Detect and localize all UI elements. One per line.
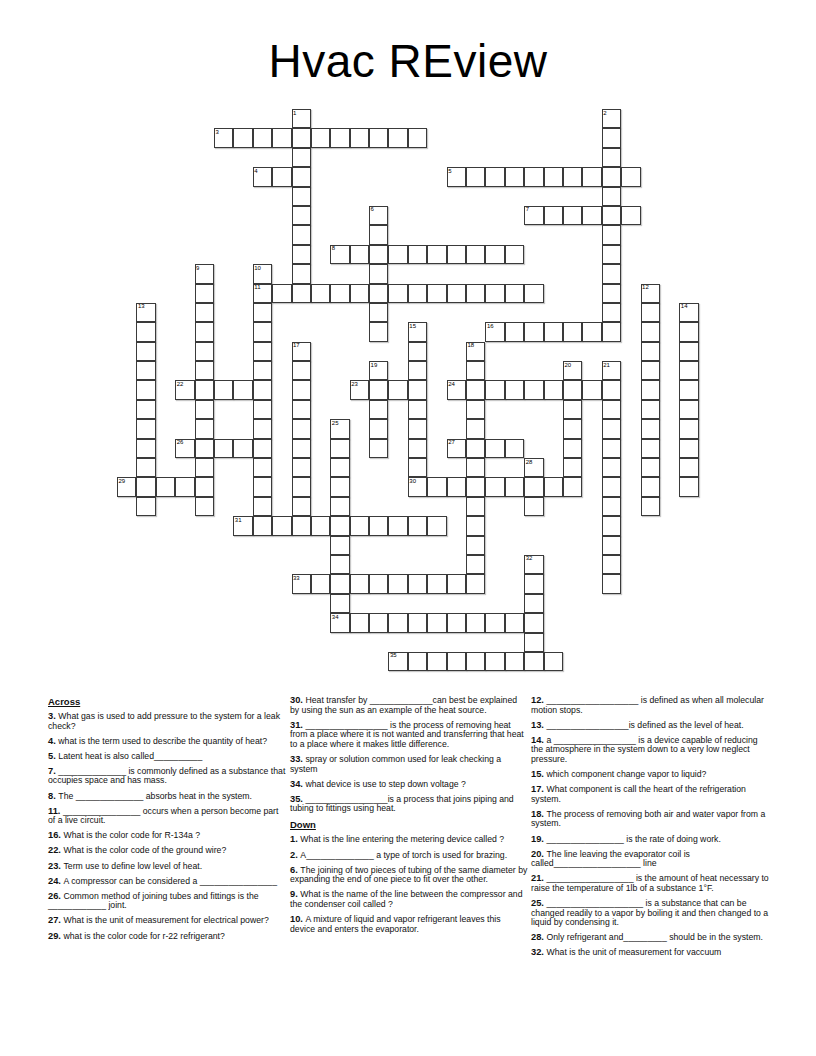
grid-cell[interactable] xyxy=(292,128,311,147)
grid-cell[interactable] xyxy=(233,128,252,147)
grid-cell[interactable] xyxy=(195,419,214,438)
grid-cell[interactable] xyxy=(602,477,621,496)
grid-cell[interactable] xyxy=(195,400,214,419)
grid-cell[interactable] xyxy=(602,574,621,593)
cell-number: 16 xyxy=(487,323,494,330)
grid-cell[interactable] xyxy=(253,458,272,477)
grid-cell[interactable] xyxy=(272,516,291,535)
grid-cell[interactable] xyxy=(195,439,214,458)
grid-cell[interactable]: 12 xyxy=(641,284,660,303)
grid-cell[interactable]: 22 xyxy=(175,380,194,399)
grid-cell[interactable] xyxy=(408,458,427,477)
grid-cell[interactable] xyxy=(485,439,504,458)
grid-cell[interactable] xyxy=(447,245,466,264)
grid-cell[interactable]: 26 xyxy=(175,439,194,458)
grid-cell[interactable] xyxy=(602,439,621,458)
grid-cell[interactable] xyxy=(447,652,466,671)
grid-cell[interactable]: 2 xyxy=(602,109,621,128)
grid-cell[interactable]: 16 xyxy=(485,322,504,341)
grid-cell[interactable] xyxy=(602,458,621,477)
grid-cell[interactable]: 28 xyxy=(524,458,543,477)
grid-cell[interactable] xyxy=(466,555,485,574)
grid-cell[interactable] xyxy=(679,342,698,361)
grid-cell[interactable] xyxy=(195,303,214,322)
grid-cell[interactable] xyxy=(408,419,427,438)
grid-cell[interactable] xyxy=(369,516,388,535)
grid-cell[interactable] xyxy=(602,536,621,555)
clue-number: 21. xyxy=(531,873,547,883)
grid-cell[interactable] xyxy=(466,400,485,419)
grid-cell[interactable] xyxy=(427,516,446,535)
grid-cell[interactable] xyxy=(563,380,582,399)
grid-cell[interactable] xyxy=(582,322,601,341)
grid-cell[interactable] xyxy=(505,613,524,632)
grid-cell[interactable] xyxy=(485,477,504,496)
grid-cell[interactable] xyxy=(466,516,485,535)
grid-cell[interactable] xyxy=(369,322,388,341)
grid-cell[interactable] xyxy=(408,380,427,399)
grid-cell[interactable]: 9 xyxy=(195,264,214,283)
cell-number: 30 xyxy=(409,478,416,485)
grid-cell[interactable] xyxy=(466,613,485,632)
grid-cell[interactable] xyxy=(447,613,466,632)
grid-cell[interactable] xyxy=(582,206,601,225)
grid-cell[interactable] xyxy=(195,342,214,361)
grid-cell[interactable] xyxy=(136,380,155,399)
grid-cell[interactable] xyxy=(505,439,524,458)
grid-cell[interactable] xyxy=(195,322,214,341)
grid-cell[interactable] xyxy=(563,206,582,225)
grid-cell[interactable] xyxy=(563,439,582,458)
grid-cell[interactable] xyxy=(602,187,621,206)
grid-cell[interactable] xyxy=(408,245,427,264)
grid-cell[interactable]: 10 xyxy=(253,264,272,283)
clue-number: 26. xyxy=(48,891,64,901)
grid-cell[interactable] xyxy=(485,167,504,186)
grid-cell[interactable] xyxy=(330,497,349,516)
grid-cell[interactable] xyxy=(524,284,543,303)
grid-cell[interactable] xyxy=(447,477,466,496)
grid-cell[interactable] xyxy=(136,400,155,419)
grid-cell[interactable] xyxy=(330,439,349,458)
grid-cell[interactable] xyxy=(524,322,543,341)
grid-cell[interactable] xyxy=(544,652,563,671)
grid-cell[interactable] xyxy=(679,380,698,399)
cell-number: 20 xyxy=(564,362,571,369)
grid-cell[interactable] xyxy=(602,400,621,419)
grid-cell[interactable]: 32 xyxy=(524,555,543,574)
grid-cell[interactable] xyxy=(350,613,369,632)
clue-number: 20. xyxy=(531,849,547,859)
clue-number: 18. xyxy=(531,809,547,819)
grid-cell[interactable] xyxy=(214,439,233,458)
grid-cell[interactable] xyxy=(369,574,388,593)
grid-cell[interactable] xyxy=(388,284,407,303)
grid-cell[interactable] xyxy=(253,342,272,361)
grid-cell[interactable] xyxy=(136,322,155,341)
clue-number: 2. xyxy=(290,850,300,860)
clue-number: 17. xyxy=(531,784,547,794)
grid-cell[interactable] xyxy=(505,167,524,186)
grid-cell[interactable] xyxy=(408,574,427,593)
grid-cell[interactable] xyxy=(408,516,427,535)
clue-column-right: 12. ___________________ is defined as wh… xyxy=(531,696,772,963)
grid-cell[interactable]: 7 xyxy=(524,206,543,225)
grid-cell[interactable] xyxy=(292,497,311,516)
grid-cell[interactable] xyxy=(350,284,369,303)
grid-cell[interactable] xyxy=(253,497,272,516)
grid-cell[interactable] xyxy=(679,477,698,496)
grid-cell[interactable]: 33 xyxy=(292,574,311,593)
grid-cell[interactable] xyxy=(214,380,233,399)
grid-cell[interactable]: 3 xyxy=(214,128,233,147)
grid-cell[interactable] xyxy=(136,477,155,496)
grid-cell[interactable] xyxy=(253,419,272,438)
grid-cell[interactable] xyxy=(292,361,311,380)
grid-cell[interactable] xyxy=(253,361,272,380)
grid-cell[interactable] xyxy=(292,516,311,535)
cell-number: 19 xyxy=(371,362,378,369)
grid-cell[interactable] xyxy=(427,245,446,264)
grid-cell[interactable] xyxy=(602,555,621,574)
grid-cell[interactable] xyxy=(136,342,155,361)
grid-cell[interactable] xyxy=(641,400,660,419)
grid-cell[interactable] xyxy=(253,477,272,496)
grid-cell[interactable] xyxy=(524,167,543,186)
grid-cell[interactable] xyxy=(175,477,194,496)
cell-number: 35 xyxy=(390,652,397,659)
grid-cell[interactable] xyxy=(544,167,563,186)
grid-cell[interactable] xyxy=(563,477,582,496)
grid-cell[interactable]: 13 xyxy=(136,303,155,322)
grid-cell[interactable] xyxy=(292,245,311,264)
grid-cell[interactable] xyxy=(679,400,698,419)
grid-cell[interactable]: 35 xyxy=(388,652,407,671)
grid-cell[interactable] xyxy=(505,245,524,264)
grid-cell[interactable] xyxy=(466,361,485,380)
grid-cell[interactable] xyxy=(641,497,660,516)
grid-cell[interactable] xyxy=(408,652,427,671)
grid-cell[interactable] xyxy=(641,303,660,322)
grid-cell[interactable] xyxy=(369,380,388,399)
grid-cell[interactable] xyxy=(292,225,311,244)
grid-cell[interactable] xyxy=(388,380,407,399)
grid-cell[interactable]: 29 xyxy=(117,477,136,496)
grid-cell[interactable] xyxy=(253,380,272,399)
grid-cell[interactable] xyxy=(524,477,543,496)
grid-cell[interactable] xyxy=(292,187,311,206)
grid-cell[interactable]: 25 xyxy=(330,419,349,438)
cell-number: 22 xyxy=(177,381,184,388)
grid-cell[interactable] xyxy=(563,322,582,341)
grid-cell[interactable] xyxy=(292,167,311,186)
grid-cell[interactable] xyxy=(602,419,621,438)
grid-cell[interactable] xyxy=(195,380,214,399)
grid-cell[interactable] xyxy=(136,419,155,438)
grid-cell[interactable] xyxy=(544,380,563,399)
grid-cell[interactable] xyxy=(369,284,388,303)
grid-cell[interactable] xyxy=(602,322,621,341)
grid-cell[interactable] xyxy=(330,284,349,303)
grid-cell[interactable] xyxy=(641,439,660,458)
grid-cell[interactable] xyxy=(602,303,621,322)
grid-cell[interactable] xyxy=(563,458,582,477)
clue-item: 23. Term use to define low level of heat… xyxy=(48,862,286,872)
grid-cell[interactable] xyxy=(466,652,485,671)
grid-cell[interactable]: 14 xyxy=(679,303,698,322)
clue-item: 19. ________________ is the rate of doin… xyxy=(531,835,772,845)
grid-cell[interactable] xyxy=(466,458,485,477)
grid-cell[interactable] xyxy=(427,477,446,496)
grid-cell[interactable] xyxy=(466,536,485,555)
grid-cell[interactable] xyxy=(641,419,660,438)
grid-cell[interactable]: 19 xyxy=(369,361,388,380)
clue-item: 14. a _________________ is a device capa… xyxy=(531,736,772,765)
grid-cell[interactable] xyxy=(621,206,640,225)
grid-cell[interactable] xyxy=(641,477,660,496)
grid-cell[interactable] xyxy=(505,477,524,496)
grid-cell[interactable] xyxy=(524,613,543,632)
grid-cell[interactable] xyxy=(330,477,349,496)
grid-cell[interactable] xyxy=(330,555,349,574)
grid-cell[interactable]: 4 xyxy=(253,167,272,186)
grid-cell[interactable] xyxy=(602,516,621,535)
grid-cell[interactable] xyxy=(272,284,291,303)
grid-cell[interactable] xyxy=(369,439,388,458)
down-header: Down xyxy=(290,819,528,830)
grid-cell[interactable] xyxy=(408,342,427,361)
grid-cell[interactable]: 1 xyxy=(292,109,311,128)
grid-cell[interactable] xyxy=(466,284,485,303)
grid-cell[interactable] xyxy=(233,439,252,458)
grid-cell[interactable] xyxy=(330,516,349,535)
grid-cell[interactable] xyxy=(330,594,349,613)
grid-cell[interactable] xyxy=(427,613,446,632)
grid-cell[interactable]: 24 xyxy=(447,380,466,399)
grid-cell[interactable] xyxy=(272,128,291,147)
grid-cell[interactable] xyxy=(641,322,660,341)
grid-cell[interactable] xyxy=(253,303,272,322)
clue-number: 31. xyxy=(290,720,306,730)
grid-cell[interactable] xyxy=(195,458,214,477)
grid-cell[interactable]: 30 xyxy=(408,477,427,496)
grid-cell[interactable] xyxy=(679,439,698,458)
grid-cell[interactable] xyxy=(524,497,543,516)
grid-cell[interactable] xyxy=(505,652,524,671)
grid-cell[interactable] xyxy=(466,245,485,264)
grid-cell[interactable] xyxy=(524,652,543,671)
grid-cell[interactable] xyxy=(292,264,311,283)
grid-cell[interactable]: 34 xyxy=(330,613,349,632)
grid-cell[interactable] xyxy=(136,439,155,458)
clue-number: 10. xyxy=(290,914,306,924)
grid-cell[interactable] xyxy=(136,497,155,516)
grid-cell[interactable] xyxy=(563,419,582,438)
clue-item: 35. _________________is a process that j… xyxy=(290,795,528,814)
grid-cell[interactable] xyxy=(544,477,563,496)
grid-cell[interactable] xyxy=(602,148,621,167)
grid-cell[interactable] xyxy=(253,322,272,341)
grid-cell[interactable] xyxy=(544,206,563,225)
grid-cell[interactable]: 18 xyxy=(466,342,485,361)
grid-cell[interactable] xyxy=(369,419,388,438)
grid-cell[interactable] xyxy=(272,167,291,186)
grid-cell[interactable] xyxy=(427,284,446,303)
grid-cell[interactable] xyxy=(311,516,330,535)
grid-cell[interactable]: 6 xyxy=(369,206,388,225)
grid-cell[interactable] xyxy=(388,128,407,147)
grid-cell[interactable] xyxy=(602,284,621,303)
grid-cell[interactable] xyxy=(427,652,446,671)
clue-item: 32. What is the unit of measurement for … xyxy=(531,948,772,958)
grid-cell[interactable] xyxy=(369,245,388,264)
grid-cell[interactable] xyxy=(388,516,407,535)
crossword-grid: 1234567891011121314151617181920212223242… xyxy=(117,109,699,671)
grid-cell[interactable] xyxy=(447,284,466,303)
grid-cell[interactable] xyxy=(641,342,660,361)
grid-cell[interactable] xyxy=(641,380,660,399)
grid-cell[interactable] xyxy=(679,322,698,341)
grid-cell[interactable] xyxy=(485,613,504,632)
grid-cell[interactable] xyxy=(466,167,485,186)
grid-cell[interactable] xyxy=(388,245,407,264)
grid-cell[interactable] xyxy=(582,167,601,186)
grid-cell[interactable] xyxy=(582,380,601,399)
grid-cell[interactable] xyxy=(524,380,543,399)
grid-cell[interactable] xyxy=(253,400,272,419)
grid-cell[interactable] xyxy=(292,419,311,438)
grid-cell[interactable] xyxy=(330,128,349,147)
grid-cell[interactable] xyxy=(466,574,485,593)
clue-number: 32. xyxy=(531,947,547,957)
grid-cell[interactable] xyxy=(311,574,330,593)
grid-cell[interactable] xyxy=(485,245,504,264)
grid-cell[interactable] xyxy=(330,536,349,555)
grid-cell[interactable] xyxy=(466,380,485,399)
grid-cell[interactable] xyxy=(388,613,407,632)
grid-cell[interactable] xyxy=(466,439,485,458)
grid-cell[interactable]: 8 xyxy=(330,245,349,264)
grid-cell[interactable]: 5 xyxy=(447,167,466,186)
grid-cell[interactable] xyxy=(292,380,311,399)
grid-cell[interactable] xyxy=(602,128,621,147)
grid-cell[interactable] xyxy=(292,439,311,458)
grid-cell[interactable] xyxy=(602,264,621,283)
grid-cell[interactable] xyxy=(602,380,621,399)
grid-cell[interactable] xyxy=(253,516,272,535)
grid-cell[interactable] xyxy=(544,322,563,341)
grid-cell[interactable] xyxy=(350,128,369,147)
grid-cell[interactable] xyxy=(679,458,698,477)
grid-cell[interactable] xyxy=(369,400,388,419)
grid-cell[interactable] xyxy=(292,284,311,303)
grid-cell[interactable] xyxy=(485,652,504,671)
grid-cell[interactable]: 20 xyxy=(563,361,582,380)
grid-cell[interactable] xyxy=(621,167,640,186)
grid-cell[interactable] xyxy=(292,206,311,225)
grid-cell[interactable] xyxy=(350,574,369,593)
grid-cell[interactable] xyxy=(408,361,427,380)
grid-cell[interactable] xyxy=(408,400,427,419)
grid-cell[interactable] xyxy=(369,264,388,283)
grid-cell[interactable]: 31 xyxy=(233,516,252,535)
grid-cell[interactable] xyxy=(136,458,155,477)
grid-cell[interactable] xyxy=(602,167,621,186)
grid-cell[interactable] xyxy=(369,613,388,632)
grid-cell[interactable] xyxy=(311,128,330,147)
grid-cell[interactable] xyxy=(466,477,485,496)
grid-cell[interactable] xyxy=(292,400,311,419)
grid-cell[interactable]: 23 xyxy=(350,380,369,399)
grid-cell[interactable] xyxy=(408,439,427,458)
cell-number: 5 xyxy=(448,168,451,175)
grid-cell[interactable] xyxy=(330,574,349,593)
grid-cell[interactable] xyxy=(505,284,524,303)
grid-cell[interactable] xyxy=(679,419,698,438)
grid-cell[interactable] xyxy=(369,225,388,244)
grid-cell[interactable] xyxy=(485,284,504,303)
grid-cell[interactable] xyxy=(233,380,252,399)
grid-cell[interactable] xyxy=(330,458,349,477)
grid-cell[interactable] xyxy=(253,439,272,458)
grid-cell[interactable] xyxy=(641,458,660,477)
grid-cell[interactable] xyxy=(524,574,543,593)
grid-cell[interactable] xyxy=(485,380,504,399)
grid-cell[interactable] xyxy=(350,245,369,264)
grid-cell[interactable] xyxy=(408,613,427,632)
grid-cell[interactable] xyxy=(195,361,214,380)
grid-cell[interactable] xyxy=(524,594,543,613)
grid-cell[interactable] xyxy=(195,284,214,303)
grid-cell[interactable] xyxy=(602,206,621,225)
grid-cell[interactable] xyxy=(388,574,407,593)
grid-cell[interactable] xyxy=(253,128,272,147)
grid-cell[interactable] xyxy=(524,633,543,652)
grid-cell[interactable] xyxy=(292,458,311,477)
grid-cell[interactable] xyxy=(292,148,311,167)
grid-cell[interactable] xyxy=(195,497,214,516)
grid-cell[interactable] xyxy=(427,574,446,593)
grid-cell[interactable] xyxy=(505,380,524,399)
grid-cell[interactable]: 17 xyxy=(292,342,311,361)
grid-cell[interactable] xyxy=(602,497,621,516)
grid-cell[interactable] xyxy=(311,284,330,303)
grid-cell[interactable] xyxy=(679,361,698,380)
grid-cell[interactable] xyxy=(602,225,621,244)
grid-cell[interactable] xyxy=(641,361,660,380)
grid-cell[interactable] xyxy=(292,477,311,496)
grid-cell[interactable] xyxy=(369,303,388,322)
grid-cell[interactable] xyxy=(350,516,369,535)
grid-cell[interactable] xyxy=(408,284,427,303)
grid-cell[interactable] xyxy=(505,322,524,341)
grid-cell[interactable] xyxy=(466,497,485,516)
grid-cell[interactable]: 21 xyxy=(602,361,621,380)
grid-cell[interactable] xyxy=(195,477,214,496)
grid-cell[interactable] xyxy=(563,400,582,419)
grid-cell[interactable]: 11 xyxy=(253,284,272,303)
grid-cell[interactable] xyxy=(447,574,466,593)
grid-cell[interactable] xyxy=(408,128,427,147)
grid-cell[interactable] xyxy=(136,361,155,380)
grid-cell[interactable]: 15 xyxy=(408,322,427,341)
grid-cell[interactable]: 27 xyxy=(447,439,466,458)
grid-cell[interactable] xyxy=(156,477,175,496)
grid-cell[interactable] xyxy=(602,245,621,264)
grid-cell[interactable] xyxy=(466,419,485,438)
grid-cell[interactable] xyxy=(563,167,582,186)
grid-cell[interactable] xyxy=(369,128,388,147)
